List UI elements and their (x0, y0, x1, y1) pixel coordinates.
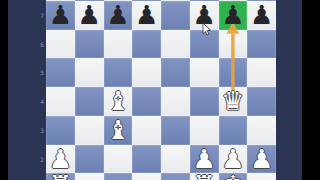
square-e3[interactable] (161, 116, 190, 145)
rank-label-6: 6 (33, 41, 44, 48)
white-rook[interactable]: ♜ (46, 171, 75, 180)
white-pawn[interactable]: ♟ (190, 145, 219, 174)
square-h1[interactable] (247, 173, 276, 180)
square-e5[interactable] (161, 58, 190, 87)
square-e6[interactable] (161, 30, 190, 59)
square-c3[interactable]: ♝ (104, 116, 133, 145)
white-king[interactable]: ♚ (219, 171, 248, 180)
black-pawn[interactable]: ♟ (104, 1, 133, 30)
square-g3[interactable] (219, 116, 248, 145)
square-h7[interactable]: ♟ (247, 1, 276, 30)
square-h2[interactable]: ♟ (247, 145, 276, 174)
black-pawn[interactable]: ♟ (132, 1, 161, 30)
white-rook[interactable]: ♜ (190, 171, 219, 180)
square-h4[interactable] (247, 87, 276, 116)
rank-label-2: 2 (33, 156, 44, 163)
square-e2[interactable] (161, 145, 190, 174)
square-d4[interactable] (132, 87, 161, 116)
white-queen[interactable]: ♛ (219, 87, 248, 116)
square-h5[interactable] (247, 58, 276, 87)
square-a3[interactable] (46, 116, 75, 145)
square-a2[interactable]: ♟ (46, 145, 75, 174)
white-pawn[interactable]: ♟ (247, 145, 276, 174)
square-b4[interactable] (75, 87, 104, 116)
square-e1[interactable] (161, 173, 190, 180)
square-b1[interactable] (75, 173, 104, 180)
square-g5[interactable] (219, 58, 248, 87)
square-f2[interactable]: ♟ (190, 145, 219, 174)
square-a6[interactable] (46, 30, 75, 59)
square-d6[interactable] (132, 30, 161, 59)
rank-label-3: 3 (33, 127, 44, 134)
rank-label-4: 4 (33, 98, 44, 105)
square-e4[interactable] (161, 87, 190, 116)
white-pawn[interactable]: ♟ (219, 145, 248, 174)
square-g6[interactable] (219, 30, 248, 59)
square-c5[interactable] (104, 58, 133, 87)
square-b6[interactable] (75, 30, 104, 59)
square-g1[interactable]: ♚ (219, 173, 248, 180)
square-c7[interactable]: ♟ (104, 1, 133, 30)
square-d5[interactable] (132, 58, 161, 87)
square-f1[interactable]: ♜ (190, 173, 219, 180)
black-pawn[interactable]: ♟ (190, 1, 219, 30)
square-g4[interactable]: ♛ (219, 87, 248, 116)
square-f4[interactable] (190, 87, 219, 116)
square-c4[interactable]: ♝ (104, 87, 133, 116)
square-d7[interactable]: ♟ (132, 1, 161, 30)
square-a4[interactable] (46, 87, 75, 116)
square-h6[interactable] (247, 30, 276, 59)
black-pawn[interactable]: ♟ (219, 1, 248, 30)
square-h3[interactable] (247, 116, 276, 145)
square-a5[interactable] (46, 58, 75, 87)
rank-label-5: 5 (33, 69, 44, 76)
square-g2[interactable]: ♟ (219, 145, 248, 174)
square-d3[interactable] (132, 116, 161, 145)
square-a7[interactable]: ♟ (46, 1, 75, 30)
square-d2[interactable] (132, 145, 161, 174)
square-c2[interactable] (104, 145, 133, 174)
square-b7[interactable]: ♟ (75, 1, 104, 30)
black-pawn[interactable]: ♟ (75, 1, 104, 30)
square-c1[interactable] (104, 173, 133, 180)
square-d1[interactable] (132, 173, 161, 180)
square-f6[interactable] (190, 30, 219, 59)
square-b5[interactable] (75, 58, 104, 87)
square-g7-highlighted[interactable]: ♟ (219, 1, 248, 30)
square-e8[interactable]: ♚ (161, 0, 190, 1)
square-f3[interactable] (190, 116, 219, 145)
square-c6[interactable] (104, 30, 133, 59)
square-b3[interactable] (75, 116, 104, 145)
rank-label-7: 7 (33, 12, 44, 19)
chess-board[interactable]: ♜♞♝♛♚♞♜♟♟♟♟♟♟♟♝♛♝♟♟♟♟♜♜♚ (46, 0, 276, 180)
black-king[interactable]: ♚ (161, 0, 190, 6)
white-pawn[interactable]: ♟ (46, 145, 75, 174)
square-f7[interactable]: ♟ (190, 1, 219, 30)
square-a1[interactable]: ♜ (46, 173, 75, 180)
white-bishop[interactable]: ♝ (104, 116, 133, 145)
black-pawn[interactable]: ♟ (46, 1, 75, 30)
white-bishop[interactable]: ♝ (104, 87, 133, 116)
square-b2[interactable] (75, 145, 104, 174)
black-pawn[interactable]: ♟ (247, 1, 276, 30)
square-f5[interactable] (190, 58, 219, 87)
